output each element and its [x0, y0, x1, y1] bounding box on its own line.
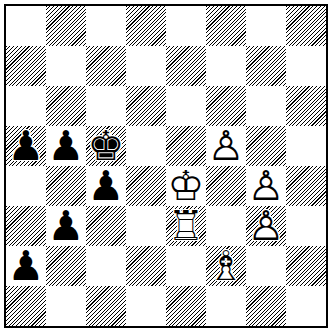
- square-e3[interactable]: ♜♖: [166, 206, 206, 246]
- square-h8[interactable]: [286, 6, 326, 46]
- square-h1[interactable]: [286, 286, 326, 326]
- square-a2[interactable]: ♟♟: [6, 246, 46, 286]
- white-bishop-glyph: ♗: [206, 246, 246, 286]
- square-a8[interactable]: [6, 6, 46, 46]
- piece-black-pawn[interactable]: ♟♟: [46, 206, 86, 246]
- black-pawn-glyph: ♟: [46, 206, 86, 246]
- square-c7[interactable]: [86, 46, 126, 86]
- square-h7[interactable]: [286, 46, 326, 86]
- square-g5[interactable]: [246, 126, 286, 166]
- white-pawn-glyph: ♙: [246, 166, 286, 206]
- square-h5[interactable]: [286, 126, 326, 166]
- square-e2[interactable]: [166, 246, 206, 286]
- square-e7[interactable]: [166, 46, 206, 86]
- square-b6[interactable]: [46, 86, 86, 126]
- square-d6[interactable]: [126, 86, 166, 126]
- white-pawn-glyph: ♙: [206, 126, 246, 166]
- square-f3[interactable]: [206, 206, 246, 246]
- chess-diagram: ♟♟♟♟♚♚♟♙♟♟♚♔♟♙♟♟♜♖♟♙♟♟♝♗: [0, 0, 332, 332]
- square-f8[interactable]: [206, 6, 246, 46]
- piece-black-pawn[interactable]: ♟♟: [86, 166, 126, 206]
- square-f7[interactable]: [206, 46, 246, 86]
- board-border: ♟♟♟♟♚♚♟♙♟♟♚♔♟♙♟♟♜♖♟♙♟♟♝♗: [4, 4, 328, 328]
- square-c8[interactable]: [86, 6, 126, 46]
- piece-black-pawn[interactable]: ♟♟: [46, 126, 86, 166]
- white-pawn-glyph: ♙: [246, 206, 286, 246]
- square-c6[interactable]: [86, 86, 126, 126]
- piece-black-pawn[interactable]: ♟♟: [6, 246, 46, 286]
- square-g2[interactable]: [246, 246, 286, 286]
- piece-black-pawn[interactable]: ♟♟: [6, 126, 46, 166]
- square-a4[interactable]: [6, 166, 46, 206]
- piece-black-king[interactable]: ♚♚: [86, 126, 126, 166]
- white-rook-glyph: ♖: [166, 206, 206, 246]
- square-a6[interactable]: [6, 86, 46, 126]
- square-g6[interactable]: [246, 86, 286, 126]
- square-e5[interactable]: [166, 126, 206, 166]
- black-king-glyph: ♚: [86, 126, 126, 166]
- square-a3[interactable]: [6, 206, 46, 246]
- square-a5[interactable]: ♟♟: [6, 126, 46, 166]
- square-h4[interactable]: [286, 166, 326, 206]
- square-d2[interactable]: [126, 246, 166, 286]
- square-b3[interactable]: ♟♟: [46, 206, 86, 246]
- square-c2[interactable]: [86, 246, 126, 286]
- piece-white-pawn[interactable]: ♟♙: [246, 166, 286, 206]
- square-b8[interactable]: [46, 6, 86, 46]
- square-g7[interactable]: [246, 46, 286, 86]
- square-e1[interactable]: [166, 286, 206, 326]
- piece-white-bishop[interactable]: ♝♗: [206, 246, 246, 286]
- square-d3[interactable]: [126, 206, 166, 246]
- square-d8[interactable]: [126, 6, 166, 46]
- black-pawn-glyph: ♟: [86, 166, 126, 206]
- square-f6[interactable]: [206, 86, 246, 126]
- square-f1[interactable]: [206, 286, 246, 326]
- square-c3[interactable]: [86, 206, 126, 246]
- square-b7[interactable]: [46, 46, 86, 86]
- square-c1[interactable]: [86, 286, 126, 326]
- piece-white-rook[interactable]: ♜♖: [166, 206, 206, 246]
- square-g4[interactable]: ♟♙: [246, 166, 286, 206]
- square-h6[interactable]: [286, 86, 326, 126]
- square-a7[interactable]: [6, 46, 46, 86]
- piece-white-pawn[interactable]: ♟♙: [206, 126, 246, 166]
- square-g1[interactable]: [246, 286, 286, 326]
- square-b4[interactable]: [46, 166, 86, 206]
- square-b2[interactable]: [46, 246, 86, 286]
- square-h3[interactable]: [286, 206, 326, 246]
- square-h2[interactable]: [286, 246, 326, 286]
- chess-board: ♟♟♟♟♚♚♟♙♟♟♚♔♟♙♟♟♜♖♟♙♟♟♝♗: [6, 6, 326, 326]
- white-king-glyph: ♔: [166, 166, 206, 206]
- square-g8[interactable]: [246, 6, 286, 46]
- piece-white-pawn[interactable]: ♟♙: [246, 206, 286, 246]
- black-pawn-glyph: ♟: [6, 126, 46, 166]
- square-e8[interactable]: [166, 6, 206, 46]
- square-f5[interactable]: ♟♙: [206, 126, 246, 166]
- black-pawn-glyph: ♟: [46, 126, 86, 166]
- square-e6[interactable]: [166, 86, 206, 126]
- square-e4[interactable]: ♚♔: [166, 166, 206, 206]
- square-d4[interactable]: [126, 166, 166, 206]
- square-a1[interactable]: [6, 286, 46, 326]
- square-d5[interactable]: [126, 126, 166, 166]
- square-d1[interactable]: [126, 286, 166, 326]
- square-c4[interactable]: ♟♟: [86, 166, 126, 206]
- square-c5[interactable]: ♚♚: [86, 126, 126, 166]
- square-f4[interactable]: [206, 166, 246, 206]
- square-d7[interactable]: [126, 46, 166, 86]
- square-b1[interactable]: [46, 286, 86, 326]
- square-b5[interactable]: ♟♟: [46, 126, 86, 166]
- square-f2[interactable]: ♝♗: [206, 246, 246, 286]
- piece-white-king[interactable]: ♚♔: [166, 166, 206, 206]
- black-pawn-glyph: ♟: [6, 246, 46, 286]
- square-g3[interactable]: ♟♙: [246, 206, 286, 246]
